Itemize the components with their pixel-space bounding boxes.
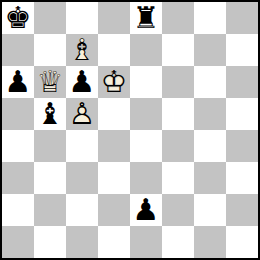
square-d8[interactable] (98, 2, 130, 34)
piece-black-rook-icon: ♜ (130, 2, 162, 34)
square-b6[interactable]: ♛♕ (34, 66, 66, 98)
square-a2[interactable] (2, 194, 34, 226)
square-h2[interactable] (226, 194, 258, 226)
square-e4[interactable] (130, 130, 162, 162)
square-b8[interactable] (34, 2, 66, 34)
square-f4[interactable] (162, 130, 194, 162)
square-c3[interactable] (66, 162, 98, 194)
square-a1[interactable] (2, 226, 34, 258)
square-h1[interactable] (226, 226, 258, 258)
piece-white-king-icon: ♚♔ (98, 66, 130, 98)
piece-white-bishop-icon: ♝♗ (66, 34, 98, 66)
square-g3[interactable] (194, 162, 226, 194)
square-b1[interactable] (34, 226, 66, 258)
square-g5[interactable] (194, 98, 226, 130)
square-g4[interactable] (194, 130, 226, 162)
square-b3[interactable] (34, 162, 66, 194)
square-c1[interactable] (66, 226, 98, 258)
square-g7[interactable] (194, 34, 226, 66)
square-f3[interactable] (162, 162, 194, 194)
square-f7[interactable] (162, 34, 194, 66)
square-f5[interactable] (162, 98, 194, 130)
square-a4[interactable] (2, 130, 34, 162)
square-b2[interactable] (34, 194, 66, 226)
piece-black-pawn-icon: ♟ (66, 66, 98, 98)
square-d5[interactable] (98, 98, 130, 130)
square-h8[interactable] (226, 2, 258, 34)
square-e3[interactable] (130, 162, 162, 194)
square-c7[interactable]: ♝♗ (66, 34, 98, 66)
square-h7[interactable] (226, 34, 258, 66)
piece-black-bishop-icon: ♝ (34, 98, 66, 130)
square-e6[interactable] (130, 66, 162, 98)
square-e2[interactable]: ♟ (130, 194, 162, 226)
square-g2[interactable] (194, 194, 226, 226)
square-d2[interactable] (98, 194, 130, 226)
square-c4[interactable] (66, 130, 98, 162)
square-g8[interactable] (194, 2, 226, 34)
square-e8[interactable]: ♜ (130, 2, 162, 34)
piece-black-pawn-icon: ♟ (130, 194, 162, 226)
square-e7[interactable] (130, 34, 162, 66)
square-h4[interactable] (226, 130, 258, 162)
square-a3[interactable] (2, 162, 34, 194)
square-b5[interactable]: ♝ (34, 98, 66, 130)
square-d1[interactable] (98, 226, 130, 258)
square-h6[interactable] (226, 66, 258, 98)
square-a6[interactable]: ♟ (2, 66, 34, 98)
square-h5[interactable] (226, 98, 258, 130)
square-f1[interactable] (162, 226, 194, 258)
piece-white-pawn-icon: ♟♙ (66, 98, 98, 130)
square-d4[interactable] (98, 130, 130, 162)
square-h3[interactable] (226, 162, 258, 194)
square-d7[interactable] (98, 34, 130, 66)
square-f2[interactable] (162, 194, 194, 226)
square-a5[interactable] (2, 98, 34, 130)
square-a8[interactable]: ♚ (2, 2, 34, 34)
square-e5[interactable] (130, 98, 162, 130)
square-g1[interactable] (194, 226, 226, 258)
square-b4[interactable] (34, 130, 66, 162)
square-c5[interactable]: ♟♙ (66, 98, 98, 130)
square-f6[interactable] (162, 66, 194, 98)
square-g6[interactable] (194, 66, 226, 98)
square-f8[interactable] (162, 2, 194, 34)
chess-diagram: ♚♜♝♗♟♛♕♟♚♔♝♟♙♟ (0, 0, 260, 260)
piece-black-king-icon: ♚ (2, 2, 34, 34)
chess-board: ♚♜♝♗♟♛♕♟♚♔♝♟♙♟ (0, 0, 260, 260)
square-c2[interactable] (66, 194, 98, 226)
square-a7[interactable] (2, 34, 34, 66)
piece-white-queen-icon: ♛♕ (34, 66, 66, 98)
square-e1[interactable] (130, 226, 162, 258)
square-b7[interactable] (34, 34, 66, 66)
square-d3[interactable] (98, 162, 130, 194)
square-c6[interactable]: ♟ (66, 66, 98, 98)
square-d6[interactable]: ♚♔ (98, 66, 130, 98)
piece-black-pawn-icon: ♟ (2, 66, 34, 98)
square-c8[interactable] (66, 2, 98, 34)
